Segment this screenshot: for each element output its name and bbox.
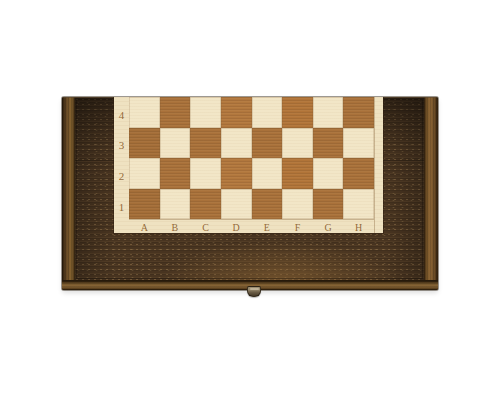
rank-coordinates: 4321 <box>114 97 129 219</box>
square-h1 <box>343 189 374 220</box>
square-f3 <box>282 128 313 159</box>
file-label-f: F <box>282 220 313 234</box>
file-label-b: B <box>160 220 191 234</box>
square-h4 <box>343 97 374 128</box>
square-c4 <box>190 97 221 128</box>
board-squares <box>129 97 374 219</box>
square-c1 <box>190 189 221 220</box>
file-label-a: A <box>129 220 160 234</box>
square-c3 <box>190 128 221 159</box>
square-e1 <box>252 189 283 220</box>
square-e4 <box>252 97 283 128</box>
square-g1 <box>313 189 344 220</box>
file-label-e: E <box>252 220 283 234</box>
file-label-d: D <box>221 220 252 234</box>
box-right-edge <box>424 97 438 290</box>
square-d2 <box>221 158 252 189</box>
rank-label-2: 2 <box>114 158 129 189</box>
file-label-g: G <box>313 220 344 234</box>
square-h3 <box>343 128 374 159</box>
square-g3 <box>313 128 344 159</box>
rank-label-1: 1 <box>114 189 129 220</box>
file-label-c: C <box>190 220 221 234</box>
chess-box: 4321 ABCDEFGH <box>62 97 438 290</box>
chess-board-half: 4321 ABCDEFGH <box>114 97 383 233</box>
square-g4 <box>313 97 344 128</box>
square-a3 <box>129 128 160 159</box>
file-label-h: H <box>343 220 374 234</box>
rank-label-4: 4 <box>114 97 129 128</box>
square-f4 <box>282 97 313 128</box>
square-d1 <box>221 189 252 220</box>
rank-label-3: 3 <box>114 128 129 159</box>
square-a2 <box>129 158 160 189</box>
square-b2 <box>160 158 191 189</box>
file-coordinates: ABCDEFGH <box>129 219 374 234</box>
square-a1 <box>129 189 160 220</box>
square-h2 <box>343 158 374 189</box>
square-g2 <box>313 158 344 189</box>
square-e2 <box>252 158 283 189</box>
square-d4 <box>221 97 252 128</box>
box-left-edge <box>62 97 75 290</box>
square-e3 <box>252 128 283 159</box>
board-right-border <box>374 97 383 233</box>
clasp-latch <box>247 286 261 297</box>
square-c2 <box>190 158 221 189</box>
square-f1 <box>282 189 313 220</box>
photo-background: 4321 ABCDEFGH <box>0 0 500 400</box>
square-f2 <box>282 158 313 189</box>
square-a4 <box>129 97 160 128</box>
square-d3 <box>221 128 252 159</box>
square-b4 <box>160 97 191 128</box>
square-b1 <box>160 189 191 220</box>
square-b3 <box>160 128 191 159</box>
